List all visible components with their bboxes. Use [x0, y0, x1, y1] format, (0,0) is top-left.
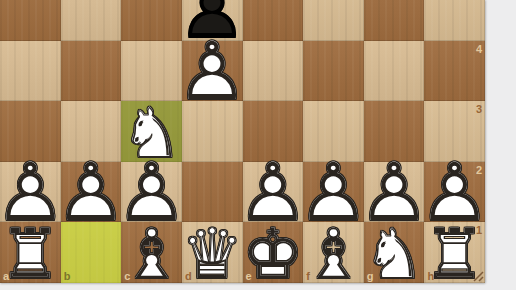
square-h4[interactable]: 4: [424, 41, 485, 102]
square-e4[interactable]: [243, 41, 304, 102]
square-d4[interactable]: ♟♙: [182, 41, 243, 102]
white-knight[interactable]: ♞♘: [364, 222, 425, 283]
white-bishop-outline-icon: ♗: [303, 219, 365, 283]
square-d3[interactable]: [182, 101, 243, 162]
square-c5[interactable]: [121, 0, 182, 41]
square-g4[interactable]: [364, 41, 425, 102]
white-queen[interactable]: ♛♕: [182, 222, 243, 283]
white-knight-outline-icon: ♘: [363, 219, 425, 283]
white-bishop[interactable]: ♝♗: [121, 222, 182, 283]
square-f1[interactable]: f♝♗: [303, 222, 364, 283]
white-king[interactable]: ♚♔: [243, 222, 304, 283]
square-a1[interactable]: a♜♖: [0, 222, 61, 283]
white-pawn[interactable]: ♟♙: [61, 162, 122, 223]
square-b1[interactable]: b: [61, 222, 122, 283]
white-rook[interactable]: ♜♖: [0, 222, 61, 283]
square-g5[interactable]: [364, 0, 425, 41]
square-a5[interactable]: [0, 0, 61, 41]
square-b2[interactable]: ♟♙: [61, 162, 122, 223]
white-queen-outline-icon: ♕: [181, 219, 243, 283]
board-resize-handle[interactable]: [472, 270, 484, 282]
rank-label-4: 4: [476, 43, 482, 55]
file-label-b: b: [64, 270, 71, 282]
square-a4[interactable]: [0, 41, 61, 102]
page-background: ♜♖♞♘♝♗♛♕♚♔♝♗♞♘♜♖♟♙♟♙♟♙♟♙♟♙♟♙♟♙♟♙♟♙4♞♘3♟♙…: [0, 0, 516, 290]
chess-board: ♜♖♞♘♝♗♛♕♚♔♝♗♞♘♜♖♟♙♟♙♟♙♟♙♟♙♟♙♟♙♟♙♟♙4♞♘3♟♙…: [0, 0, 485, 283]
square-f4[interactable]: [303, 41, 364, 102]
square-g1[interactable]: g♞♘: [364, 222, 425, 283]
square-e1[interactable]: e♚♔: [243, 222, 304, 283]
white-rook-outline-icon: ♖: [0, 219, 61, 283]
square-b5[interactable]: [61, 0, 122, 41]
white-pawn[interactable]: ♟♙: [182, 41, 243, 102]
square-h5[interactable]: [424, 0, 485, 41]
square-b4[interactable]: [61, 41, 122, 102]
square-e5[interactable]: [243, 0, 304, 41]
white-bishop-outline-icon: ♗: [121, 219, 183, 283]
square-d1[interactable]: d♛♕: [182, 222, 243, 283]
square-f5[interactable]: [303, 0, 364, 41]
chess-board-grid: ♜♖♞♘♝♗♛♕♚♔♝♗♞♘♜♖♟♙♟♙♟♙♟♙♟♙♟♙♟♙♟♙♟♙4♞♘3♟♙…: [0, 0, 485, 283]
rank-label-3: 3: [476, 103, 482, 115]
white-bishop[interactable]: ♝♗: [303, 222, 364, 283]
square-c1[interactable]: c♝♗: [121, 222, 182, 283]
white-king-outline-icon: ♔: [242, 219, 304, 283]
white-pawn-outline-icon: ♙: [176, 32, 248, 112]
